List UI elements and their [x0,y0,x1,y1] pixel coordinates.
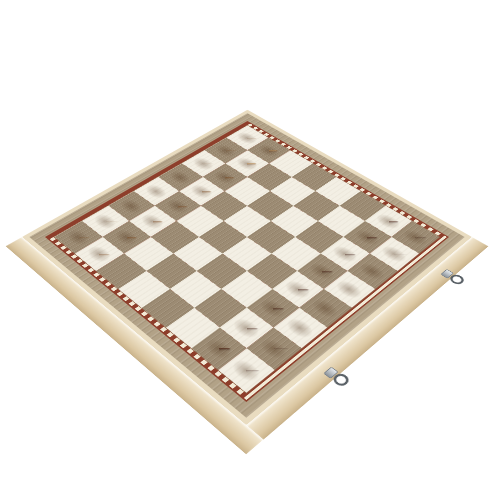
chessboard: ♜♟♟♜♞♟♟♞♝♟♟♝♚♟♟♚♛♟♟♛♝♟♟♝♞♟♟♞♜♟♟♜ [29,113,464,417]
scene-3d: ♜♟♟♜♞♟♟♞♝♟♟♝♚♟♟♚♛♟♟♛♝♟♟♝♞♟♟♞♜♟♟♜ [0,0,500,500]
black-rook[interactable]: ♜ [229,336,264,375]
clasp-plate [324,366,339,378]
white-pawn[interactable]: ♟ [86,228,113,258]
white-pawn[interactable]: ♟ [189,167,214,195]
decorative-mosaic-border: ♜♟♟♜♞♟♟♞♝♟♟♝♚♟♟♚♛♟♟♛♝♟♟♝♞♟♟♞♜♟♟♜ [45,121,449,402]
white-pawn[interactable]: ♟ [235,141,259,168]
metal-clasp-icon[interactable] [323,366,352,389]
clasp-plate [441,269,454,279]
white-pawn[interactable]: ♟ [140,196,166,225]
white-pawn[interactable]: ♟ [257,128,281,154]
chess-board-grid: ♜♟♟♜♞♟♟♞♝♟♟♝♚♟♟♚♛♟♟♛♝♟♟♝♞♟♟♞♜♟♟♜ [53,125,440,394]
metal-clasp-icon[interactable] [440,268,466,286]
clasp-ring [448,273,467,286]
clasp-ring [331,371,352,388]
product-photo: ♜♟♟♜♞♟♟♞♝♟♟♝♚♟♟♚♛♟♟♛♝♟♟♝♞♟♟♞♜♟♟♜ [0,0,500,500]
square-d4[interactable] [199,221,247,253]
white-pawn[interactable]: ♟ [165,182,190,210]
board-frame: ♜♟♟♜♞♟♟♞♝♟♟♝♚♟♟♚♛♟♟♛♝♟♟♝♞♟♟♞♜♟♟♜ [29,113,464,417]
